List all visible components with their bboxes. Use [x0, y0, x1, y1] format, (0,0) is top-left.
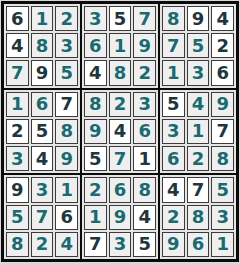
cell-r2c1[interactable]: 4 [6, 33, 29, 58]
cell-r6c3[interactable]: 9 [55, 146, 78, 171]
box-4: 167258349 [4, 90, 80, 174]
cell-r9c2[interactable]: 2 [31, 232, 54, 257]
cell-r6c7[interactable]: 6 [162, 146, 185, 171]
cell-r3c5[interactable]: 8 [109, 60, 132, 85]
cell-r3c4[interactable]: 4 [84, 60, 107, 85]
cell-r8c5[interactable]: 9 [109, 205, 132, 230]
cell-r1c1[interactable]: 6 [6, 6, 29, 31]
cell-r3c3[interactable]: 5 [55, 60, 78, 85]
cell-r4c4[interactable]: 8 [84, 92, 107, 117]
cell-r8c1[interactable]: 5 [6, 205, 29, 230]
cell-r6c4[interactable]: 5 [84, 146, 107, 171]
cell-r3c8[interactable]: 3 [187, 60, 210, 85]
cell-r2c7[interactable]: 7 [162, 33, 185, 58]
cell-r7c9[interactable]: 5 [211, 177, 234, 202]
box-7: 931576824 [4, 175, 80, 259]
cell-r2c5[interactable]: 1 [109, 33, 132, 58]
cell-r4c7[interactable]: 5 [162, 92, 185, 117]
cell-r1c2[interactable]: 1 [31, 6, 54, 31]
cell-r7c4[interactable]: 2 [84, 177, 107, 202]
cell-r1c9[interactable]: 4 [211, 6, 234, 31]
cell-r3c1[interactable]: 7 [6, 60, 29, 85]
cell-r4c8[interactable]: 4 [187, 92, 210, 117]
cell-r4c9[interactable]: 9 [211, 92, 234, 117]
cell-r7c6[interactable]: 8 [133, 177, 156, 202]
cell-r4c3[interactable]: 7 [55, 92, 78, 117]
cell-r7c3[interactable]: 1 [55, 177, 78, 202]
cell-r2c9[interactable]: 2 [211, 33, 234, 58]
cell-r3c7[interactable]: 1 [162, 60, 185, 85]
box-9: 475283961 [160, 175, 236, 259]
cell-r2c8[interactable]: 5 [187, 33, 210, 58]
cell-r8c4[interactable]: 1 [84, 205, 107, 230]
box-2: 357619482 [82, 4, 158, 88]
cell-r5c6[interactable]: 6 [133, 119, 156, 144]
cell-r9c5[interactable]: 3 [109, 232, 132, 257]
cell-r7c2[interactable]: 3 [31, 177, 54, 202]
cell-r5c7[interactable]: 3 [162, 119, 185, 144]
cell-r4c5[interactable]: 2 [109, 92, 132, 117]
cell-r8c6[interactable]: 4 [133, 205, 156, 230]
cell-r8c7[interactable]: 2 [162, 205, 185, 230]
cell-r5c5[interactable]: 4 [109, 119, 132, 144]
box-6: 549317628 [160, 90, 236, 174]
cell-r9c3[interactable]: 4 [55, 232, 78, 257]
cell-r5c8[interactable]: 1 [187, 119, 210, 144]
cell-r1c5[interactable]: 5 [109, 6, 132, 31]
box-3: 894752136 [160, 4, 236, 88]
cell-r9c9[interactable]: 1 [211, 232, 234, 257]
cell-r9c6[interactable]: 5 [133, 232, 156, 257]
cell-r4c2[interactable]: 6 [31, 92, 54, 117]
cell-r8c3[interactable]: 6 [55, 205, 78, 230]
cell-r9c1[interactable]: 8 [6, 232, 29, 257]
sudoku-board: 6124837953576194828947521361672583498239… [1, 1, 239, 262]
cell-r6c6[interactable]: 1 [133, 146, 156, 171]
cell-r2c3[interactable]: 3 [55, 33, 78, 58]
cell-r9c8[interactable]: 6 [187, 232, 210, 257]
cell-r3c9[interactable]: 6 [211, 60, 234, 85]
cell-r5c3[interactable]: 8 [55, 119, 78, 144]
box-5: 823946571 [82, 90, 158, 174]
cell-r9c7[interactable]: 9 [162, 232, 185, 257]
cell-r2c2[interactable]: 8 [31, 33, 54, 58]
cell-r6c5[interactable]: 7 [109, 146, 132, 171]
box-8: 268194735 [82, 175, 158, 259]
box-1: 612483795 [4, 4, 80, 88]
cell-r8c9[interactable]: 3 [211, 205, 234, 230]
cell-r3c6[interactable]: 2 [133, 60, 156, 85]
cell-r4c1[interactable]: 1 [6, 92, 29, 117]
cell-r2c4[interactable]: 6 [84, 33, 107, 58]
cell-r7c7[interactable]: 4 [162, 177, 185, 202]
cell-r8c8[interactable]: 8 [187, 205, 210, 230]
cell-r5c9[interactable]: 7 [211, 119, 234, 144]
cell-r6c1[interactable]: 3 [6, 146, 29, 171]
cell-r5c1[interactable]: 2 [6, 119, 29, 144]
cell-r5c2[interactable]: 5 [31, 119, 54, 144]
cell-r1c4[interactable]: 3 [84, 6, 107, 31]
cell-r7c1[interactable]: 9 [6, 177, 29, 202]
cell-r7c8[interactable]: 7 [187, 177, 210, 202]
cell-r6c9[interactable]: 8 [211, 146, 234, 171]
cell-r1c8[interactable]: 9 [187, 6, 210, 31]
cell-r5c4[interactable]: 9 [84, 119, 107, 144]
cell-r1c6[interactable]: 7 [133, 6, 156, 31]
cell-r4c6[interactable]: 3 [133, 92, 156, 117]
cell-r8c2[interactable]: 7 [31, 205, 54, 230]
cell-r6c8[interactable]: 2 [187, 146, 210, 171]
cell-r7c5[interactable]: 6 [109, 177, 132, 202]
cell-r9c4[interactable]: 7 [84, 232, 107, 257]
cell-r6c2[interactable]: 4 [31, 146, 54, 171]
cell-r3c2[interactable]: 9 [31, 60, 54, 85]
cell-r1c7[interactable]: 8 [162, 6, 185, 31]
cell-r1c3[interactable]: 2 [55, 6, 78, 31]
cell-r2c6[interactable]: 9 [133, 33, 156, 58]
